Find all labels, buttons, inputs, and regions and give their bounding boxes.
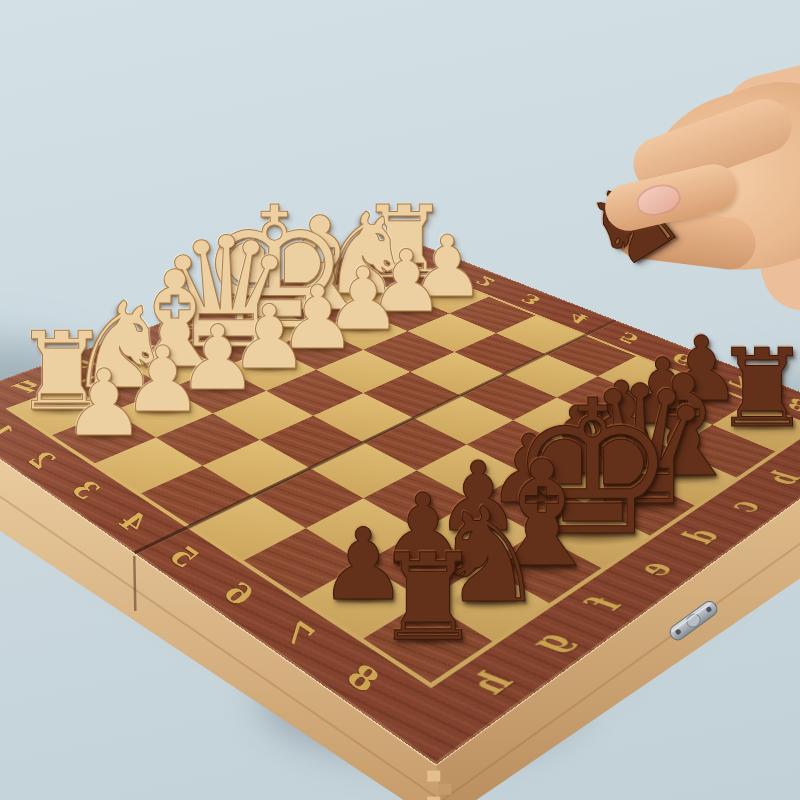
fold-seam-side [134,556,135,611]
finger-joint [427,797,440,800]
finger-joint [427,771,440,782]
finger-joint [438,784,451,795]
product-photo-scene: aabbccddeeffgghh1122334455667788 ♜♞♝♚♛♝♞… [0,0,800,800]
